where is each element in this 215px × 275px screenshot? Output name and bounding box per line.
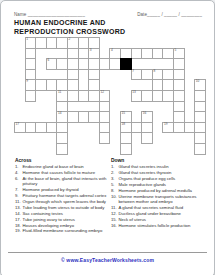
grid-cell[interactable] bbox=[194, 143, 206, 155]
worksheet-page: Name ______________________ Date_____ / … bbox=[0, 0, 215, 275]
clue-number: 15 bbox=[122, 112, 126, 116]
across-clue: 17.Tube joining ovary to uterus bbox=[15, 218, 107, 223]
down-clue: 15.Neck of uterus bbox=[111, 218, 206, 223]
clue-list-number: 10. bbox=[111, 195, 119, 205]
clue-text: Fluid-filled membrane surrounding embryo bbox=[23, 229, 108, 234]
clue-list-number: 11. bbox=[15, 200, 23, 205]
clue-number: 1 bbox=[26, 38, 28, 42]
across-clue: 14.Sac containing testes bbox=[15, 212, 107, 217]
clue-list-number: 12. bbox=[111, 212, 119, 217]
clue-list-number: 15. bbox=[111, 218, 119, 223]
page-title-line2: REPRODUCTION CROSSWORD bbox=[14, 28, 125, 37]
name-field[interactable]: Name ______________________ bbox=[14, 12, 85, 17]
clue-text: Sac containing testes bbox=[23, 212, 108, 217]
across-clue: 9.Pituitary hormone that targets adrenal… bbox=[15, 194, 107, 199]
clue-number: 3 bbox=[90, 49, 92, 53]
grid-cell[interactable] bbox=[141, 132, 153, 144]
clue-list-number: 17. bbox=[15, 218, 23, 223]
copyright-link[interactable]: © www.EasyTeacherWorksheets.com bbox=[1, 257, 214, 263]
clue-list-number: 16. bbox=[111, 224, 119, 229]
clue-number: 6 bbox=[47, 59, 49, 63]
crossword-grid: 12345678910111213141516171819 bbox=[14, 37, 205, 155]
clue-list-number: 6. bbox=[15, 177, 23, 187]
across-list: 1.Endocrine gland at base of brain4.Horm… bbox=[15, 165, 107, 234]
clue-list-number: 9. bbox=[15, 194, 23, 199]
across-clue: 13.Tube leading from uterus to outside o… bbox=[15, 206, 107, 211]
clue-number: 16 bbox=[143, 112, 147, 116]
across-clue: 11.Organ through which sperm leaves the … bbox=[15, 200, 107, 205]
across-header: Across bbox=[15, 158, 107, 163]
clue-number: 8 bbox=[153, 70, 155, 74]
clue-number: 13 bbox=[132, 91, 136, 95]
across-clue: 6.At the base of brain, gland that inter… bbox=[15, 177, 107, 187]
clue-number: 14 bbox=[58, 112, 62, 116]
down-clue: 10.Uterine membrane transports substance… bbox=[111, 195, 206, 205]
clue-number: 19 bbox=[164, 123, 168, 127]
down-clues-section: Down 1.Gland that secretes insulin2.Glan… bbox=[111, 158, 206, 229]
clue-text: Pituitary hormone that targets adrenal c… bbox=[23, 194, 108, 199]
date-field[interactable]: Date_____ / _____ / ________ bbox=[137, 12, 202, 17]
clue-number: 17 bbox=[16, 123, 20, 127]
clue-text: Tube leading from uterus to outside of b… bbox=[23, 206, 108, 211]
clue-number: 12 bbox=[100, 91, 104, 95]
down-list: 1.Gland that secretes insulin2.Gland tha… bbox=[111, 165, 206, 228]
clue-text: Tube joining ovary to uterus bbox=[23, 218, 108, 223]
clue-list-number: 19. bbox=[15, 229, 23, 234]
across-clues-section: Across 1.Endocrine gland at base of brai… bbox=[15, 158, 107, 235]
grid-cell[interactable] bbox=[99, 132, 111, 144]
clue-list-number: 14. bbox=[15, 212, 23, 217]
clue-number: 11 bbox=[58, 91, 61, 95]
clue-text: Uterine membrane transports substances b… bbox=[119, 195, 207, 205]
black-cell bbox=[120, 58, 132, 70]
down-header: Down bbox=[111, 158, 206, 163]
clue-number: 18 bbox=[122, 123, 126, 127]
clue-text: A gland that secretes seminal fluid bbox=[119, 206, 207, 211]
clue-number: 2 bbox=[69, 38, 71, 42]
clue-text: Ductless gland under breastbone bbox=[119, 212, 207, 217]
clue-list-number: 11. bbox=[111, 206, 119, 211]
grid-cell[interactable] bbox=[25, 90, 37, 102]
page-title: HUMAN ENDOCRINE AND REPRODUCTION CROSSWO… bbox=[14, 19, 125, 36]
clue-number: 10 bbox=[196, 80, 200, 84]
grid-cell[interactable] bbox=[56, 143, 68, 155]
clue-text: At the base of brain, gland that interac… bbox=[23, 177, 108, 187]
clue-list-number: 13. bbox=[15, 206, 23, 211]
down-clue: 16.Hormone stimulates follicle productio… bbox=[111, 224, 206, 229]
clue-number: 9 bbox=[26, 80, 28, 84]
footer-divider bbox=[8, 252, 207, 253]
page-title-line1: HUMAN ENDOCRINE AND bbox=[14, 19, 125, 28]
clue-number: 5 bbox=[175, 49, 177, 53]
clue-text: Organ through which sperm leaves the bod… bbox=[23, 200, 108, 205]
clue-number: 4 bbox=[111, 49, 113, 53]
down-clue: 11.A gland that secretes seminal fluid bbox=[111, 206, 206, 211]
clue-text: Neck of uterus bbox=[119, 218, 207, 223]
clue-number: 7 bbox=[132, 70, 134, 74]
down-clue: 12.Ductless gland under breastbone bbox=[111, 212, 206, 217]
clue-text: Hormone stimulates follicle production bbox=[119, 224, 207, 229]
grid-cell[interactable] bbox=[120, 143, 132, 155]
name-date-row: Name ______________________ Date_____ / … bbox=[14, 12, 202, 17]
across-clue: 19.Fluid-filled membrane surrounding emb… bbox=[15, 229, 107, 234]
